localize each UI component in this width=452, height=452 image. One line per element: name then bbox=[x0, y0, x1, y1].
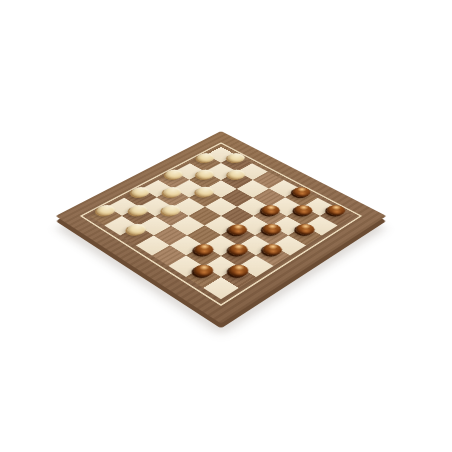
product-photo bbox=[0, 0, 452, 452]
dark-piece[interactable] bbox=[291, 203, 316, 217]
square-r4c3-walnut[interactable] bbox=[188, 207, 221, 226]
checkers-board bbox=[56, 131, 387, 323]
square-r3c4-walnut[interactable] bbox=[221, 207, 254, 226]
scene bbox=[0, 0, 452, 452]
dark-piece[interactable] bbox=[259, 222, 285, 237]
light-piece[interactable] bbox=[159, 203, 184, 217]
dark-piece[interactable] bbox=[258, 203, 283, 217]
light-piece[interactable] bbox=[162, 168, 186, 181]
dark-piece[interactable] bbox=[260, 242, 287, 258]
board-grid bbox=[89, 147, 352, 299]
dark-piece[interactable] bbox=[225, 222, 251, 237]
